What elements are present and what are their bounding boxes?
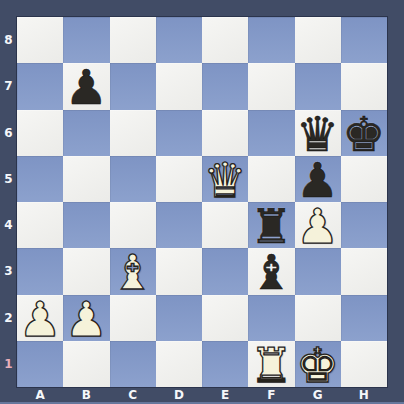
square-f2[interactable]: [248, 295, 294, 341]
file-labels: ABCDEFGH: [17, 387, 387, 402]
square-h1[interactable]: [341, 341, 387, 387]
square-a5[interactable]: [17, 156, 63, 202]
square-d2[interactable]: [156, 295, 202, 341]
square-f1[interactable]: ♜: [248, 341, 294, 387]
square-c8[interactable]: [110, 17, 156, 63]
square-e4[interactable]: [202, 202, 248, 248]
square-b8[interactable]: [63, 17, 109, 63]
square-f4[interactable]: ♜: [248, 202, 294, 248]
square-f8[interactable]: [248, 17, 294, 63]
rank-label-8: 8: [0, 17, 17, 63]
piece-white-queen[interactable]: ♛: [204, 156, 247, 202]
piece-white-pawn[interactable]: ♟: [19, 295, 62, 341]
square-a8[interactable]: [17, 17, 63, 63]
piece-black-pawn[interactable]: ♟: [296, 156, 339, 202]
square-b1[interactable]: [63, 341, 109, 387]
square-f7[interactable]: [248, 63, 294, 109]
square-g6[interactable]: ♛: [295, 110, 341, 156]
file-label-d: D: [156, 387, 202, 402]
chess-board-widget: ♟♛♚♛♟♜♟♝♝♟♟♜♚ 87654321 ABCDEFGH: [0, 0, 404, 404]
square-d8[interactable]: [156, 17, 202, 63]
rank-labels: 87654321: [0, 17, 17, 387]
square-d5[interactable]: [156, 156, 202, 202]
square-e6[interactable]: [202, 110, 248, 156]
square-b3[interactable]: [63, 248, 109, 294]
square-c1[interactable]: [110, 341, 156, 387]
file-label-b: B: [63, 387, 109, 402]
square-g1[interactable]: ♚: [295, 341, 341, 387]
square-g3[interactable]: [295, 248, 341, 294]
chess-board: ♟♛♚♛♟♜♟♝♝♟♟♜♚: [17, 17, 387, 387]
square-h4[interactable]: [341, 202, 387, 248]
rank-label-4: 4: [0, 202, 17, 248]
square-h5[interactable]: [341, 156, 387, 202]
piece-black-pawn[interactable]: ♟: [65, 63, 108, 109]
square-g8[interactable]: [295, 17, 341, 63]
square-b5[interactable]: [63, 156, 109, 202]
file-label-c: C: [110, 387, 156, 402]
square-c5[interactable]: [110, 156, 156, 202]
square-e2[interactable]: [202, 295, 248, 341]
square-a2[interactable]: ♟: [17, 295, 63, 341]
square-c7[interactable]: [110, 63, 156, 109]
square-g4[interactable]: ♟: [295, 202, 341, 248]
square-a3[interactable]: [17, 248, 63, 294]
rank-label-7: 7: [0, 63, 17, 109]
piece-white-pawn[interactable]: ♟: [65, 295, 108, 341]
square-c3[interactable]: ♝: [110, 248, 156, 294]
square-b2[interactable]: ♟: [63, 295, 109, 341]
piece-black-bishop[interactable]: ♝: [250, 248, 293, 294]
piece-white-pawn[interactable]: ♟: [296, 202, 339, 248]
piece-white-bishop[interactable]: ♝: [111, 248, 154, 294]
rank-label-5: 5: [0, 156, 17, 202]
file-label-e: E: [202, 387, 248, 402]
file-label-f: F: [248, 387, 294, 402]
square-d6[interactable]: [156, 110, 202, 156]
file-label-h: H: [341, 387, 387, 402]
rank-label-1: 1: [0, 341, 17, 387]
square-g7[interactable]: [295, 63, 341, 109]
square-h3[interactable]: [341, 248, 387, 294]
square-h7[interactable]: [341, 63, 387, 109]
square-g5[interactable]: ♟: [295, 156, 341, 202]
piece-black-rook[interactable]: ♜: [250, 202, 293, 248]
piece-white-rook[interactable]: ♜: [250, 341, 293, 387]
square-e1[interactable]: [202, 341, 248, 387]
square-c4[interactable]: [110, 202, 156, 248]
square-f5[interactable]: [248, 156, 294, 202]
square-f3[interactable]: ♝: [248, 248, 294, 294]
file-label-a: A: [17, 387, 63, 402]
square-d3[interactable]: [156, 248, 202, 294]
square-d1[interactable]: [156, 341, 202, 387]
square-d4[interactable]: [156, 202, 202, 248]
square-a6[interactable]: [17, 110, 63, 156]
square-c6[interactable]: [110, 110, 156, 156]
rank-label-6: 6: [0, 110, 17, 156]
piece-white-king[interactable]: ♚: [296, 341, 339, 387]
square-e5[interactable]: ♛: [202, 156, 248, 202]
square-a7[interactable]: [17, 63, 63, 109]
square-h2[interactable]: [341, 295, 387, 341]
piece-black-king[interactable]: ♚: [342, 110, 385, 156]
square-c2[interactable]: [110, 295, 156, 341]
square-b7[interactable]: ♟: [63, 63, 109, 109]
rank-label-3: 3: [0, 248, 17, 294]
square-g2[interactable]: [295, 295, 341, 341]
square-h6[interactable]: ♚: [341, 110, 387, 156]
square-e7[interactable]: [202, 63, 248, 109]
square-a1[interactable]: [17, 341, 63, 387]
square-b4[interactable]: [63, 202, 109, 248]
file-label-g: G: [295, 387, 341, 402]
square-f6[interactable]: [248, 110, 294, 156]
piece-black-queen[interactable]: ♛: [296, 110, 339, 156]
rank-label-2: 2: [0, 295, 17, 341]
square-h8[interactable]: [341, 17, 387, 63]
square-e3[interactable]: [202, 248, 248, 294]
square-e8[interactable]: [202, 17, 248, 63]
square-d7[interactable]: [156, 63, 202, 109]
square-b6[interactable]: [63, 110, 109, 156]
square-a4[interactable]: [17, 202, 63, 248]
